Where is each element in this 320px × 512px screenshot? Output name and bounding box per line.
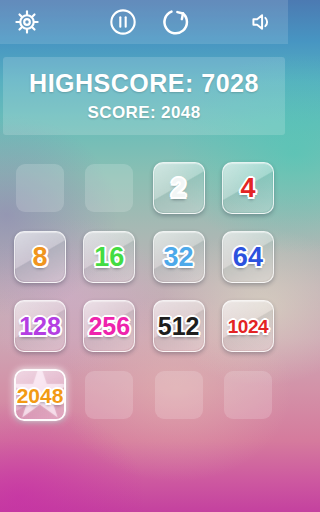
tile-number: 128 — [19, 314, 61, 339]
tile-2: 2 — [153, 162, 205, 214]
tile-16: 16 — [83, 231, 135, 283]
tile-number: 32 — [164, 244, 194, 271]
tile-512: 512 — [153, 300, 205, 352]
grid-cell-r2c4: 64 — [224, 233, 272, 281]
grid-cell-r4c3 — [155, 371, 203, 419]
grid-cell-r3c3: 512 — [155, 302, 203, 350]
tile-128: 128 — [14, 300, 66, 352]
grid-cell-r1c3: 2 — [155, 164, 203, 212]
grid-cell-r3c2: 256 — [85, 302, 133, 350]
tile-number: 4 — [240, 175, 255, 202]
tile-number: 64 — [233, 244, 263, 271]
pause-icon — [109, 8, 137, 36]
board-grid[interactable]: 2481632641282565121024★2048 — [16, 164, 272, 419]
sound-button[interactable] — [244, 5, 278, 39]
tile-4: 4 — [222, 162, 274, 214]
score-panel: HIGHSCORE: 7028 SCORE: 2048 — [3, 57, 285, 135]
grid-cell-r2c2: 16 — [85, 233, 133, 281]
toolbar — [0, 0, 288, 44]
grid-cell-r2c3: 32 — [155, 233, 203, 281]
grid-cell-r4c1: ★2048 — [16, 371, 64, 419]
tile-number: 1024 — [228, 317, 268, 336]
highscore-text: HIGHSCORE: 7028 — [29, 68, 259, 98]
gear-icon — [14, 9, 40, 35]
tile-number: 2048 — [17, 385, 64, 406]
restart-button[interactable] — [158, 5, 192, 39]
grid-cell-r1c2 — [85, 164, 133, 212]
grid-cell-r3c1: 128 — [16, 302, 64, 350]
tile-number: 8 — [32, 244, 47, 271]
speaker-icon — [248, 9, 274, 35]
settings-button[interactable] — [10, 5, 44, 39]
tile-number: 16 — [94, 244, 124, 271]
tile-2048: ★2048 — [14, 369, 66, 421]
grid-cell-r1c1 — [16, 164, 64, 212]
grid-cell-r4c4 — [224, 371, 272, 419]
grid-cell-r2c1: 8 — [16, 233, 64, 281]
tile-32: 32 — [153, 231, 205, 283]
grid-cell-r1c4: 4 — [224, 164, 272, 212]
pause-button[interactable] — [106, 5, 140, 39]
game-screen: { "game": "2048", "position": ". . 2 4 /… — [0, 0, 288, 512]
grid-cell-r3c4: 1024 — [224, 302, 272, 350]
tile-number: 512 — [158, 314, 200, 339]
restart-icon — [160, 7, 190, 37]
grid-cell-r4c2 — [85, 371, 133, 419]
tile-number: 2 — [171, 175, 186, 202]
tile-64: 64 — [222, 231, 274, 283]
tile-number: 256 — [88, 314, 130, 339]
tile-8: 8 — [14, 231, 66, 283]
score-text: SCORE: 2048 — [87, 101, 200, 125]
tile-256: 256 — [83, 300, 135, 352]
tile-1024: 1024 — [222, 300, 274, 352]
